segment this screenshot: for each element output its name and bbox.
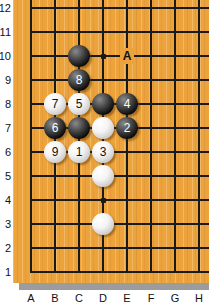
intersection-D5[interactable] bbox=[91, 164, 115, 188]
intersection-H12[interactable] bbox=[187, 0, 209, 20]
intersection-G12[interactable] bbox=[163, 0, 187, 20]
intersection-E1[interactable] bbox=[115, 260, 139, 283]
column-label-B: B bbox=[43, 291, 67, 306]
board-shadow bbox=[19, 283, 209, 290]
intersection-D8[interactable] bbox=[91, 92, 115, 116]
star-point-icon bbox=[101, 198, 106, 203]
star-point-icon bbox=[101, 54, 106, 59]
intersection-B1[interactable] bbox=[43, 260, 67, 283]
intersection-E2[interactable] bbox=[115, 236, 139, 260]
intersection-H9[interactable] bbox=[187, 68, 209, 92]
intersection-F6[interactable] bbox=[139, 140, 163, 164]
intersection-C1[interactable] bbox=[67, 260, 91, 283]
white-stone bbox=[92, 165, 114, 187]
intersection-F4[interactable] bbox=[139, 188, 163, 212]
intersection-A12[interactable] bbox=[19, 0, 43, 20]
intersection-C8[interactable]: 5 bbox=[67, 92, 91, 116]
intersection-B9[interactable] bbox=[43, 68, 67, 92]
intersection-G1[interactable] bbox=[163, 260, 187, 283]
intersection-E4[interactable] bbox=[115, 188, 139, 212]
intersection-H7[interactable] bbox=[187, 116, 209, 140]
intersection-A8[interactable] bbox=[19, 92, 43, 116]
row-label-2: 2 bbox=[0, 241, 11, 255]
row-label-8: 8 bbox=[0, 97, 11, 111]
intersection-F1[interactable] bbox=[139, 260, 163, 283]
intersection-G11[interactable] bbox=[163, 20, 187, 44]
intersection-E10[interactable]: A bbox=[115, 44, 139, 68]
intersection-E3[interactable] bbox=[115, 212, 139, 236]
intersection-E5[interactable] bbox=[115, 164, 139, 188]
intersection-G7[interactable] bbox=[163, 116, 187, 140]
intersection-D10[interactable] bbox=[91, 44, 115, 68]
intersection-G9[interactable] bbox=[163, 68, 187, 92]
intersection-F7[interactable] bbox=[139, 116, 163, 140]
intersection-E7[interactable]: 2 bbox=[115, 116, 139, 140]
move-number: 2 bbox=[116, 117, 138, 139]
black-stone: 2 bbox=[116, 117, 138, 139]
intersection-C12[interactable] bbox=[67, 0, 91, 20]
row-label-10: 10 bbox=[0, 49, 11, 63]
move-number: 4 bbox=[116, 93, 138, 115]
move-number: 7 bbox=[44, 93, 66, 115]
row-label-5: 5 bbox=[0, 169, 11, 183]
intersection-B12[interactable] bbox=[43, 0, 67, 20]
intersection-H2[interactable] bbox=[187, 236, 209, 260]
intersection-B4[interactable] bbox=[43, 188, 67, 212]
black-stone: 6 bbox=[44, 117, 66, 139]
intersection-B5[interactable] bbox=[43, 164, 67, 188]
row-label-7: 7 bbox=[0, 121, 11, 135]
black-stone bbox=[68, 45, 90, 67]
intersection-C2[interactable] bbox=[67, 236, 91, 260]
intersection-F9[interactable] bbox=[139, 68, 163, 92]
intersection-C7[interactable] bbox=[67, 116, 91, 140]
white-stone: 3 bbox=[92, 141, 114, 163]
intersection-D7[interactable] bbox=[91, 116, 115, 140]
intersection-G3[interactable] bbox=[163, 212, 187, 236]
intersection-G10[interactable] bbox=[163, 44, 187, 68]
intersection-A6[interactable] bbox=[19, 140, 43, 164]
board-grid: A875462913 bbox=[19, 0, 209, 283]
intersection-F8[interactable] bbox=[139, 92, 163, 116]
row-labels: 121110987654321 bbox=[0, 0, 12, 283]
intersection-C11[interactable] bbox=[67, 20, 91, 44]
intersection-E11[interactable] bbox=[115, 20, 139, 44]
column-label-F: F bbox=[139, 291, 163, 306]
column-label-A: A bbox=[19, 291, 43, 306]
intersection-G6[interactable] bbox=[163, 140, 187, 164]
intersection-B10[interactable] bbox=[43, 44, 67, 68]
intersection-H4[interactable] bbox=[187, 188, 209, 212]
row-label-11: 11 bbox=[0, 25, 11, 39]
intersection-F2[interactable] bbox=[139, 236, 163, 260]
intersection-B2[interactable] bbox=[43, 236, 67, 260]
intersection-E6[interactable] bbox=[115, 140, 139, 164]
move-number: 8 bbox=[68, 69, 90, 91]
move-number: 5 bbox=[68, 93, 90, 115]
row-label-3: 3 bbox=[0, 217, 11, 231]
intersection-E8[interactable]: 4 bbox=[115, 92, 139, 116]
intersection-F5[interactable] bbox=[139, 164, 163, 188]
intersection-A9[interactable] bbox=[19, 68, 43, 92]
move-number: 1 bbox=[68, 141, 90, 163]
row-label-4: 4 bbox=[0, 193, 11, 207]
intersection-A2[interactable] bbox=[19, 236, 43, 260]
black-stone: 4 bbox=[116, 93, 138, 115]
intersection-A4[interactable] bbox=[19, 188, 43, 212]
column-label-G: G bbox=[163, 291, 187, 306]
intersection-C6[interactable]: 1 bbox=[67, 140, 91, 164]
intersection-C10[interactable] bbox=[67, 44, 91, 68]
intersection-A11[interactable] bbox=[19, 20, 43, 44]
intersection-F3[interactable] bbox=[139, 212, 163, 236]
intersection-E9[interactable] bbox=[115, 68, 139, 92]
move-number: 9 bbox=[44, 141, 66, 163]
intersection-B6[interactable]: 9 bbox=[43, 140, 67, 164]
intersection-B7[interactable]: 6 bbox=[43, 116, 67, 140]
intersection-D12[interactable] bbox=[91, 0, 115, 20]
white-stone: 7 bbox=[44, 93, 66, 115]
column-label-D: D bbox=[91, 291, 115, 306]
intersection-B3[interactable] bbox=[43, 212, 67, 236]
intersection-A1[interactable] bbox=[19, 260, 43, 283]
intersection-D4[interactable] bbox=[91, 188, 115, 212]
go-board-diagram: 121110987654321 A875462913 ABCDEFGH bbox=[0, 0, 209, 308]
intersection-H6[interactable] bbox=[187, 140, 209, 164]
intersection-F12[interactable] bbox=[139, 0, 163, 20]
intersection-B11[interactable] bbox=[43, 20, 67, 44]
intersection-B8[interactable]: 7 bbox=[43, 92, 67, 116]
intersection-C9[interactable]: 8 bbox=[67, 68, 91, 92]
intersection-F11[interactable] bbox=[139, 20, 163, 44]
row-label-1: 1 bbox=[0, 265, 11, 279]
column-label-H: H bbox=[187, 291, 209, 306]
column-labels: ABCDEFGH bbox=[0, 291, 209, 306]
white-stone: 1 bbox=[68, 141, 90, 163]
intersection-A10[interactable] bbox=[19, 44, 43, 68]
intersection-G2[interactable] bbox=[163, 236, 187, 260]
black-stone bbox=[68, 117, 90, 139]
letter-marker-A: A bbox=[120, 48, 134, 64]
intersection-D11[interactable] bbox=[91, 20, 115, 44]
white-stone: 5 bbox=[68, 93, 90, 115]
white-stone bbox=[92, 117, 114, 139]
intersection-A3[interactable] bbox=[19, 212, 43, 236]
intersection-D2[interactable] bbox=[91, 236, 115, 260]
intersection-C4[interactable] bbox=[67, 188, 91, 212]
intersection-A5[interactable] bbox=[19, 164, 43, 188]
white-stone: 9 bbox=[44, 141, 66, 163]
intersection-C3[interactable] bbox=[67, 212, 91, 236]
intersection-D9[interactable] bbox=[91, 68, 115, 92]
column-label-E: E bbox=[115, 291, 139, 306]
black-stone: 8 bbox=[68, 69, 90, 91]
intersection-G8[interactable] bbox=[163, 92, 187, 116]
row-label-12: 12 bbox=[0, 1, 11, 15]
intersection-C5[interactable] bbox=[67, 164, 91, 188]
row-label-9: 9 bbox=[0, 73, 11, 87]
intersection-G4[interactable] bbox=[163, 188, 187, 212]
intersection-D1[interactable] bbox=[91, 260, 115, 283]
intersection-E12[interactable] bbox=[115, 0, 139, 20]
move-number: 6 bbox=[44, 117, 66, 139]
intersection-F10[interactable] bbox=[139, 44, 163, 68]
goban: A875462913 bbox=[13, 0, 209, 283]
column-label-C: C bbox=[67, 291, 91, 306]
move-number: 3 bbox=[92, 141, 114, 163]
intersection-H3[interactable] bbox=[187, 212, 209, 236]
intersection-D3[interactable] bbox=[91, 212, 115, 236]
white-stone bbox=[92, 213, 114, 235]
intersection-A7[interactable] bbox=[19, 116, 43, 140]
intersection-H10[interactable] bbox=[187, 44, 209, 68]
intersection-H11[interactable] bbox=[187, 20, 209, 44]
intersection-D6[interactable]: 3 bbox=[91, 140, 115, 164]
intersection-H1[interactable] bbox=[187, 260, 209, 283]
intersection-H8[interactable] bbox=[187, 92, 209, 116]
intersection-H5[interactable] bbox=[187, 164, 209, 188]
black-stone bbox=[92, 93, 114, 115]
row-label-6: 6 bbox=[0, 145, 11, 159]
intersection-G5[interactable] bbox=[163, 164, 187, 188]
